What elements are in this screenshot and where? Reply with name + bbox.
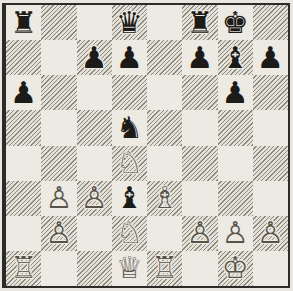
square-a5	[6, 110, 41, 145]
square-h8	[253, 5, 288, 40]
piece-black-pawn-d7: ♟	[116, 43, 143, 73]
square-c6	[77, 75, 112, 110]
square-f8: ♜	[182, 5, 217, 40]
square-b8	[41, 5, 76, 40]
square-d7: ♟	[112, 40, 147, 75]
square-a4	[6, 146, 41, 181]
square-h1	[253, 251, 288, 286]
square-g6: ♟	[218, 75, 253, 110]
square-b7	[41, 40, 76, 75]
square-f4	[182, 146, 217, 181]
piece-white-knight-d2: ♘	[116, 218, 143, 248]
square-e7	[147, 40, 182, 75]
square-e6	[147, 75, 182, 110]
square-c1	[77, 251, 112, 286]
square-g2: ♙	[218, 216, 253, 251]
square-c4	[77, 146, 112, 181]
square-h7: ♟	[253, 40, 288, 75]
board-frame: ♜♛♜♚♟♟♟♝♟♟♟♞♘♙♙♝♗♙♘♙♙♙♖♕♖♔	[2, 3, 290, 288]
square-f6	[182, 75, 217, 110]
square-c7: ♟	[77, 40, 112, 75]
square-d5: ♞	[112, 110, 147, 145]
piece-white-queen-d1: ♕	[116, 253, 143, 283]
square-a3	[6, 181, 41, 216]
square-h6	[253, 75, 288, 110]
piece-white-bishop-e3: ♗	[151, 183, 178, 213]
piece-black-pawn-f7: ♟	[186, 43, 213, 73]
square-e8	[147, 5, 182, 40]
square-g5	[218, 110, 253, 145]
piece-black-bishop-g7: ♝	[222, 43, 249, 73]
square-b5	[41, 110, 76, 145]
piece-black-pawn-h7: ♟	[257, 43, 284, 73]
piece-black-queen-d8: ♛	[116, 8, 143, 38]
square-h3	[253, 181, 288, 216]
square-f7: ♟	[182, 40, 217, 75]
piece-white-pawn-g2: ♙	[222, 218, 249, 248]
square-d8: ♛	[112, 5, 147, 40]
piece-white-pawn-h2: ♙	[257, 218, 284, 248]
square-c5	[77, 110, 112, 145]
piece-black-king-g8: ♚	[222, 8, 249, 38]
piece-white-pawn-f2: ♙	[186, 218, 213, 248]
square-e4	[147, 146, 182, 181]
piece-white-rook-e1: ♖	[151, 253, 178, 283]
square-b4	[41, 146, 76, 181]
square-g3	[218, 181, 253, 216]
square-b3: ♙	[41, 181, 76, 216]
piece-white-pawn-c3: ♙	[81, 183, 108, 213]
square-d6	[112, 75, 147, 110]
square-d4: ♘	[112, 146, 147, 181]
square-a2	[6, 216, 41, 251]
piece-black-pawn-a6: ♟	[10, 78, 37, 108]
piece-white-rook-a1: ♖	[10, 253, 37, 283]
square-e1: ♖	[147, 251, 182, 286]
square-f3	[182, 181, 217, 216]
square-a7	[6, 40, 41, 75]
square-c2	[77, 216, 112, 251]
square-a8: ♜	[6, 5, 41, 40]
piece-white-king-g1: ♔	[222, 253, 249, 283]
square-a6: ♟	[6, 75, 41, 110]
piece-black-rook-f8: ♜	[186, 8, 213, 38]
piece-white-pawn-b3: ♙	[45, 183, 72, 213]
square-e2	[147, 216, 182, 251]
piece-white-knight-d4: ♘	[116, 148, 143, 178]
square-g1: ♔	[218, 251, 253, 286]
piece-black-bishop-d3: ♝	[116, 183, 143, 213]
square-f5	[182, 110, 217, 145]
square-g4	[218, 146, 253, 181]
square-e3: ♗	[147, 181, 182, 216]
square-h2: ♙	[253, 216, 288, 251]
piece-black-rook-a8: ♜	[10, 8, 37, 38]
square-c3: ♙	[77, 181, 112, 216]
piece-white-pawn-b2: ♙	[45, 218, 72, 248]
square-c8	[77, 5, 112, 40]
square-d2: ♘	[112, 216, 147, 251]
square-f2: ♙	[182, 216, 217, 251]
square-g8: ♚	[218, 5, 253, 40]
square-a1: ♖	[6, 251, 41, 286]
square-d1: ♕	[112, 251, 147, 286]
chess-diagram-scan: ♜♛♜♚♟♟♟♝♟♟♟♞♘♙♙♝♗♙♘♙♙♙♖♕♖♔	[0, 0, 293, 291]
chess-board: ♜♛♜♚♟♟♟♝♟♟♟♞♘♙♙♝♗♙♘♙♙♙♖♕♖♔	[6, 5, 288, 286]
square-h5	[253, 110, 288, 145]
piece-black-pawn-g6: ♟	[222, 78, 249, 108]
square-h4	[253, 146, 288, 181]
square-f1	[182, 251, 217, 286]
square-b2: ♙	[41, 216, 76, 251]
piece-black-knight-d5: ♞	[116, 113, 143, 143]
square-b1	[41, 251, 76, 286]
square-d3: ♝	[112, 181, 147, 216]
square-g7: ♝	[218, 40, 253, 75]
square-e5	[147, 110, 182, 145]
piece-black-pawn-c7: ♟	[81, 43, 108, 73]
square-b6	[41, 75, 76, 110]
